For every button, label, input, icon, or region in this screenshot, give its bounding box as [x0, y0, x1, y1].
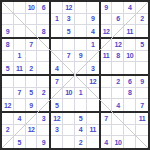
box-r2-c1: 7121015 — [51, 76, 98, 111]
cell-value: 2 — [42, 89, 45, 96]
box-r1-c0: 8715112 — [2, 39, 49, 74]
cell-value: 1 — [18, 52, 21, 59]
cell-value: 2 — [6, 126, 9, 133]
cell-r0-c8[interactable]: 9 — [101, 2, 113, 14]
cell-value: 4 — [128, 4, 131, 11]
cell-r5-c10[interactable] — [124, 62, 136, 74]
cell-value: 5 — [79, 115, 82, 122]
cell-value: 8 — [116, 52, 119, 59]
cell-r8-c9[interactable]: 4 — [112, 99, 124, 111]
cell-value: 7 — [18, 89, 21, 96]
cell-value: 1 — [91, 41, 94, 48]
cell-value: 4 — [91, 28, 94, 35]
cell-r4-c6[interactable]: 9 — [75, 51, 87, 63]
cell-r8-c7[interactable] — [87, 99, 99, 111]
cell-r4-c1[interactable]: 1 — [14, 51, 26, 63]
cell-r0-c1[interactable] — [14, 2, 26, 14]
cell-value: 3 — [91, 65, 94, 72]
cell-value: 9 — [140, 78, 143, 85]
cell-value: 4 — [55, 65, 58, 72]
cell-value: 12 — [28, 126, 35, 133]
cell-value: 8 — [6, 41, 9, 48]
cell-r11-c4[interactable] — [51, 136, 63, 148]
cell-value: 6 — [116, 15, 119, 22]
cell-value: 4 — [79, 126, 82, 133]
cell-value: 9 — [42, 139, 45, 146]
cell-r9-c6[interactable]: 5 — [75, 113, 87, 125]
cell-r8-c4[interactable]: 5 — [51, 99, 63, 111]
cell-r2-c10[interactable]: 11 — [124, 25, 136, 37]
cell-value: 7 — [104, 115, 107, 122]
cell-value: 12 — [4, 102, 11, 109]
cell-r1-c9[interactable]: 6 — [112, 14, 124, 26]
cell-r1-c8[interactable] — [101, 14, 113, 26]
cell-r7-c4[interactable] — [51, 88, 63, 100]
cell-r3-c3[interactable] — [37, 39, 49, 51]
cell-r1-c0[interactable] — [2, 14, 14, 26]
cell-r6-c5[interactable] — [63, 76, 75, 88]
cell-value: 10 — [126, 52, 133, 59]
box-r0-c1: 1213954 — [51, 2, 98, 37]
box-r0-c2: 94621211 — [101, 2, 148, 37]
cell-value: 11 — [90, 126, 96, 133]
box-r3-c0: 4321259 — [2, 113, 49, 148]
cell-r7-c9[interactable] — [112, 88, 124, 100]
cell-r7-c11[interactable] — [136, 88, 148, 100]
cell-value: 6 — [42, 4, 45, 11]
cell-r1-c3[interactable] — [37, 14, 49, 26]
cell-value: 8 — [128, 89, 131, 96]
cell-r9-c11[interactable]: 11 — [136, 113, 148, 125]
cell-r3-c7[interactable]: 1 — [87, 39, 99, 51]
cell-r2-c8[interactable]: 12 — [101, 25, 113, 37]
cell-r4-c5[interactable]: 7 — [63, 51, 75, 63]
cell-r6-c0[interactable] — [2, 76, 14, 88]
cell-r0-c11[interactable] — [136, 2, 148, 14]
cell-value: 8 — [42, 28, 45, 35]
cell-value: 4 — [18, 115, 21, 122]
cell-r11-c6[interactable]: 2 — [75, 136, 87, 148]
cell-r5-c0[interactable]: 5 — [2, 62, 14, 74]
cell-r3-c11[interactable]: 5 — [136, 39, 148, 51]
cell-r10-c8[interactable] — [101, 125, 113, 137]
cell-r2-c7[interactable]: 4 — [87, 25, 99, 37]
cell-r10-c2[interactable]: 12 — [26, 125, 38, 137]
cell-r0-c0[interactable] — [2, 2, 14, 14]
cell-r7-c6[interactable]: 1 — [75, 88, 87, 100]
cell-r4-c10[interactable]: 10 — [124, 51, 136, 63]
cell-r2-c0[interactable]: 9 — [2, 25, 14, 37]
cell-value: 10 — [65, 89, 72, 96]
cell-r1-c5[interactable]: 3 — [63, 14, 75, 26]
cell-r6-c3[interactable] — [37, 76, 49, 88]
cell-r4-c9[interactable]: 8 — [112, 51, 124, 63]
cell-r11-c11[interactable] — [136, 136, 148, 148]
cell-r5-c3[interactable] — [37, 62, 49, 74]
box-r1-c2: 12511810 — [101, 39, 148, 74]
cell-value: 5 — [29, 89, 32, 96]
cell-r0-c4[interactable] — [51, 2, 63, 14]
cell-r9-c7[interactable] — [87, 113, 99, 125]
cell-r8-c10[interactable] — [124, 99, 136, 111]
cell-value: 12 — [53, 115, 60, 122]
cell-r7-c8[interactable] — [101, 88, 113, 100]
cell-r2-c6[interactable] — [75, 25, 87, 37]
cell-r7-c1[interactable]: 7 — [14, 88, 26, 100]
cell-r4-c8[interactable]: 11 — [101, 51, 113, 63]
cell-value: 1 — [79, 89, 82, 96]
cell-r1-c6[interactable] — [75, 14, 87, 26]
cell-value: 12 — [89, 78, 96, 85]
cell-r5-c1[interactable]: 11 — [14, 62, 26, 74]
cell-r4-c4[interactable] — [51, 51, 63, 63]
cell-r6-c10[interactable]: 6 — [124, 76, 136, 88]
cell-r8-c2[interactable]: 9 — [26, 99, 38, 111]
cell-r10-c1[interactable] — [14, 125, 26, 137]
cell-r3-c5[interactable] — [63, 39, 75, 51]
cell-r8-c5[interactable] — [63, 99, 75, 111]
cell-r2-c4[interactable] — [51, 25, 63, 37]
cell-r9-c5[interactable] — [63, 113, 75, 125]
cell-r2-c11[interactable] — [136, 25, 148, 37]
cell-value: 11 — [139, 115, 145, 122]
cell-value: 12 — [115, 41, 122, 48]
cell-r5-c4[interactable]: 4 — [51, 62, 63, 74]
cell-value: 3 — [42, 115, 45, 122]
cell-r11-c5[interactable] — [63, 136, 75, 148]
cell-r11-c8[interactable]: 4 — [101, 136, 113, 148]
cell-value: 10 — [115, 139, 122, 146]
cell-r4-c3[interactable] — [37, 51, 49, 63]
cell-r6-c2[interactable] — [26, 76, 38, 88]
cell-r1-c1[interactable] — [14, 14, 26, 26]
cell-r8-c6[interactable] — [75, 99, 87, 111]
cell-value: 12 — [65, 4, 72, 11]
cell-r8-c8[interactable] — [101, 99, 113, 111]
cell-r5-c6[interactable] — [75, 62, 87, 74]
cell-r6-c7[interactable]: 12 — [87, 76, 99, 88]
cell-r7-c10[interactable]: 8 — [124, 88, 136, 100]
cell-value: 2 — [29, 65, 32, 72]
cell-r6-c9[interactable]: 2 — [112, 76, 124, 88]
cell-r9-c0[interactable] — [2, 113, 14, 125]
cell-r7-c0[interactable] — [2, 88, 14, 100]
cell-value: 10 — [28, 4, 35, 11]
cell-r10-c7[interactable]: 11 — [87, 125, 99, 137]
cell-r5-c5[interactable] — [63, 62, 75, 74]
cell-r2-c3[interactable]: 8 — [37, 25, 49, 37]
cell-r5-c2[interactable]: 2 — [26, 62, 38, 74]
cell-r10-c0[interactable]: 2 — [2, 125, 14, 137]
cell-r3-c10[interactable] — [124, 39, 136, 51]
cell-value: 12 — [103, 28, 110, 35]
cell-r11-c1[interactable]: 5 — [14, 136, 26, 148]
cell-value: 2 — [116, 78, 119, 85]
cell-r6-c6[interactable] — [75, 76, 87, 88]
cell-r9-c10[interactable] — [124, 113, 136, 125]
cell-r3-c8[interactable] — [101, 39, 113, 51]
cell-r10-c4[interactable]: 3 — [51, 125, 63, 137]
cell-value: 3 — [67, 15, 70, 22]
cell-r3-c1[interactable] — [14, 39, 26, 51]
cell-r7-c3[interactable]: 2 — [37, 88, 49, 100]
cell-r2-c1[interactable] — [14, 25, 26, 37]
cell-r5-c8[interactable] — [101, 62, 113, 74]
cell-r11-c9[interactable]: 10 — [112, 136, 124, 148]
cell-r1-c11[interactable]: 2 — [136, 14, 148, 26]
cell-value: 9 — [29, 102, 32, 109]
cell-value: 11 — [103, 52, 109, 59]
cell-value: 7 — [29, 41, 32, 48]
cell-r3-c6[interactable] — [75, 39, 87, 51]
cell-r9-c9[interactable] — [112, 113, 124, 125]
cell-r3-c0[interactable]: 8 — [2, 39, 14, 51]
cell-r0-c3[interactable]: 6 — [37, 2, 49, 14]
cell-r2-c9[interactable] — [112, 25, 124, 37]
cell-r7-c2[interactable]: 5 — [26, 88, 38, 100]
cell-r1-c10[interactable] — [124, 14, 136, 26]
cell-r7-c5[interactable]: 10 — [63, 88, 75, 100]
cell-r10-c9[interactable] — [112, 125, 124, 137]
cell-r2-c2[interactable] — [26, 25, 38, 37]
cell-r9-c2[interactable] — [26, 113, 38, 125]
cell-r4-c11[interactable] — [136, 51, 148, 63]
cell-r11-c2[interactable] — [26, 136, 38, 148]
cell-r9-c4[interactable]: 12 — [51, 113, 63, 125]
cell-value: 9 — [91, 15, 94, 22]
box-r2-c0: 752129 — [2, 76, 49, 111]
cell-r9-c3[interactable]: 3 — [37, 113, 49, 125]
cell-r10-c11[interactable] — [136, 125, 148, 137]
cell-r8-c0[interactable]: 12 — [2, 99, 14, 111]
cell-r3-c2[interactable]: 7 — [26, 39, 38, 51]
cell-r10-c5[interactable] — [63, 125, 75, 137]
cell-r0-c2[interactable]: 10 — [26, 2, 38, 14]
cell-r8-c1[interactable] — [14, 99, 26, 111]
cell-value: 5 — [18, 139, 21, 146]
box-r2-c2: 269847 — [101, 76, 148, 111]
cell-value: 7 — [140, 102, 143, 109]
cell-r9-c1[interactable]: 4 — [14, 113, 26, 125]
cell-r10-c6[interactable]: 4 — [75, 125, 87, 137]
cell-r4-c0[interactable] — [2, 51, 14, 63]
cell-r4-c2[interactable] — [26, 51, 38, 63]
sudoku-board-wrap: 1069812139549462121187151121794312511810… — [0, 0, 150, 150]
box-r0-c0: 10698 — [2, 2, 49, 37]
cell-value: 9 — [104, 4, 107, 11]
box-r3-c2: 711410 — [101, 113, 148, 148]
cell-value: 9 — [79, 52, 82, 59]
cell-r10-c10[interactable] — [124, 125, 136, 137]
cell-r11-c7[interactable] — [87, 136, 99, 148]
cell-r1-c4[interactable]: 1 — [51, 14, 63, 26]
cell-r6-c8[interactable] — [101, 76, 113, 88]
cell-r9-c8[interactable]: 7 — [101, 113, 113, 125]
box-r3-c1: 12534112 — [51, 113, 98, 148]
cell-r11-c0[interactable] — [2, 136, 14, 148]
cell-r5-c7[interactable]: 3 — [87, 62, 99, 74]
cell-value: 5 — [67, 28, 70, 35]
cell-value: 2 — [79, 139, 82, 146]
cell-value: 6 — [128, 78, 131, 85]
cell-r0-c10[interactable]: 4 — [124, 2, 136, 14]
cell-value: 1 — [55, 15, 58, 22]
cell-value: 9 — [6, 28, 9, 35]
cell-value: 7 — [55, 78, 58, 85]
cell-value: 5 — [140, 41, 143, 48]
cell-r0-c6[interactable] — [75, 2, 87, 14]
cell-r4-c7[interactable] — [87, 51, 99, 63]
cell-r6-c4[interactable]: 7 — [51, 76, 63, 88]
cell-r2-c5[interactable]: 5 — [63, 25, 75, 37]
cell-value: 7 — [67, 52, 70, 59]
sudoku-board: 1069812139549462121187151121794312511810… — [0, 0, 150, 150]
cell-r3-c4[interactable] — [51, 39, 63, 51]
cell-value: 3 — [55, 126, 58, 133]
cell-r0-c7[interactable] — [87, 2, 99, 14]
cell-r11-c10[interactable] — [124, 136, 136, 148]
box-r1-c1: 17943 — [51, 39, 98, 74]
cell-value: 2 — [140, 15, 143, 22]
cell-r6-c1[interactable] — [14, 76, 26, 88]
cell-r10-c3[interactable] — [37, 125, 49, 137]
cell-value: 5 — [55, 102, 58, 109]
cell-r8-c11[interactable]: 7 — [136, 99, 148, 111]
cell-r8-c3[interactable] — [37, 99, 49, 111]
cell-r7-c7[interactable] — [87, 88, 99, 100]
cell-r5-c9[interactable] — [112, 62, 124, 74]
cell-r11-c3[interactable]: 9 — [37, 136, 49, 148]
cell-r1-c2[interactable] — [26, 14, 38, 26]
cell-value: 4 — [116, 102, 119, 109]
cell-value: 4 — [104, 139, 107, 146]
cell-value: 5 — [6, 65, 9, 72]
cell-value: 11 — [16, 65, 22, 72]
cell-r6-c11[interactable]: 9 — [136, 76, 148, 88]
cell-r0-c9[interactable] — [112, 2, 124, 14]
cell-r5-c11[interactable] — [136, 62, 148, 74]
cell-r3-c9[interactable]: 12 — [112, 39, 124, 51]
cell-r1-c7[interactable]: 9 — [87, 14, 99, 26]
cell-value: 11 — [127, 28, 133, 35]
cell-r0-c5[interactable]: 12 — [63, 2, 75, 14]
